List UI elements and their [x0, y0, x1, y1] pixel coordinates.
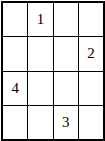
- cell-r2c2[interactable]: [28, 37, 52, 70]
- cell-r3c3[interactable]: [54, 72, 78, 105]
- cell-r3c2[interactable]: [28, 72, 52, 105]
- cell-r1c4[interactable]: [79, 3, 103, 36]
- cell-r1c3[interactable]: [54, 3, 78, 36]
- puzzle-board: 1 2 4 3: [1, 1, 105, 141]
- cell-r3c1[interactable]: 4: [3, 72, 27, 105]
- cell-r4c1[interactable]: [3, 106, 27, 139]
- cell-r4c2[interactable]: [28, 106, 52, 139]
- cell-r4c3[interactable]: 3: [54, 106, 78, 139]
- cell-r2c4[interactable]: 2: [79, 37, 103, 70]
- cell-r1c2[interactable]: 1: [28, 3, 52, 36]
- puzzle-page: 1 2 4 3: [0, 0, 105, 141]
- cell-r2c1[interactable]: [3, 37, 27, 70]
- cell-r1c1[interactable]: [3, 3, 27, 36]
- cell-r2c3[interactable]: [54, 37, 78, 70]
- cell-r3c4[interactable]: [79, 72, 103, 105]
- cell-r4c4[interactable]: [79, 106, 103, 139]
